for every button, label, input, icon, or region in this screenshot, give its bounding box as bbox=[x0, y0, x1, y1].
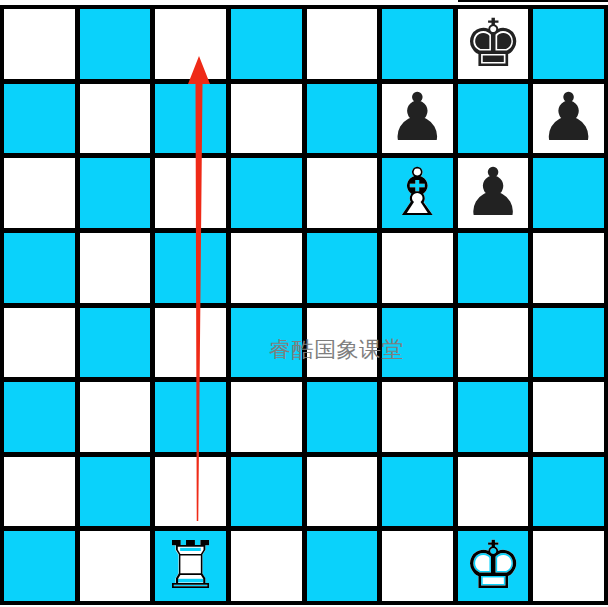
square-a7[interactable] bbox=[4, 84, 75, 154]
square-h6[interactable] bbox=[533, 158, 604, 228]
square-h5[interactable] bbox=[533, 233, 604, 303]
square-e2[interactable] bbox=[307, 457, 378, 527]
square-f6[interactable]: ♝♗ bbox=[382, 158, 453, 228]
square-e1[interactable] bbox=[307, 531, 378, 601]
square-d5[interactable] bbox=[231, 233, 302, 303]
square-a6[interactable] bbox=[4, 158, 75, 228]
square-h1[interactable] bbox=[533, 531, 604, 601]
square-h3[interactable] bbox=[533, 382, 604, 452]
square-g6[interactable]: ♟ bbox=[458, 158, 529, 228]
square-d7[interactable] bbox=[231, 84, 302, 154]
page: ♚♟♟♝♗♟♜♖♚♔ 睿酷国象课堂 bbox=[0, 0, 608, 607]
square-h2[interactable] bbox=[533, 457, 604, 527]
square-a8[interactable] bbox=[4, 9, 75, 79]
square-a2[interactable] bbox=[4, 457, 75, 527]
square-d1[interactable] bbox=[231, 531, 302, 601]
square-c8[interactable] bbox=[155, 9, 226, 79]
square-d6[interactable] bbox=[231, 158, 302, 228]
square-f1[interactable] bbox=[382, 531, 453, 601]
piece-bp-g6: ♟ bbox=[458, 158, 529, 228]
square-d8[interactable] bbox=[231, 9, 302, 79]
square-d3[interactable] bbox=[231, 382, 302, 452]
square-g2[interactable] bbox=[458, 457, 529, 527]
square-a1[interactable] bbox=[4, 531, 75, 601]
square-h7[interactable]: ♟ bbox=[533, 84, 604, 154]
square-h4[interactable] bbox=[533, 308, 604, 378]
square-g8[interactable]: ♚ bbox=[458, 9, 529, 79]
square-g5[interactable] bbox=[458, 233, 529, 303]
square-c5[interactable] bbox=[155, 233, 226, 303]
square-f5[interactable] bbox=[382, 233, 453, 303]
square-g3[interactable] bbox=[458, 382, 529, 452]
square-g1[interactable]: ♚♔ bbox=[458, 531, 529, 601]
piece-wb-f6: ♝♗ bbox=[382, 158, 453, 228]
square-f3[interactable] bbox=[382, 382, 453, 452]
window-edge-artifact bbox=[458, 0, 608, 2]
square-b5[interactable] bbox=[80, 233, 151, 303]
square-a4[interactable] bbox=[4, 308, 75, 378]
square-c1[interactable]: ♜♖ bbox=[155, 531, 226, 601]
square-b3[interactable] bbox=[80, 382, 151, 452]
square-f7[interactable]: ♟ bbox=[382, 84, 453, 154]
chess-board: ♚♟♟♝♗♟♜♖♚♔ bbox=[0, 5, 608, 605]
square-b1[interactable] bbox=[80, 531, 151, 601]
piece-bp-h7: ♟ bbox=[533, 84, 604, 154]
piece-wr-c1: ♜♖ bbox=[155, 531, 226, 601]
square-a5[interactable] bbox=[4, 233, 75, 303]
square-d2[interactable] bbox=[231, 457, 302, 527]
piece-wk-g1: ♚♔ bbox=[458, 531, 529, 601]
square-f2[interactable] bbox=[382, 457, 453, 527]
square-g4[interactable] bbox=[458, 308, 529, 378]
square-a3[interactable] bbox=[4, 382, 75, 452]
square-c6[interactable] bbox=[155, 158, 226, 228]
piece-bk-g8: ♚ bbox=[458, 9, 529, 79]
square-b7[interactable] bbox=[80, 84, 151, 154]
square-f8[interactable] bbox=[382, 9, 453, 79]
square-h8[interactable] bbox=[533, 9, 604, 79]
square-e5[interactable] bbox=[307, 233, 378, 303]
square-e7[interactable] bbox=[307, 84, 378, 154]
square-g7[interactable] bbox=[458, 84, 529, 154]
piece-bp-f7: ♟ bbox=[382, 84, 453, 154]
watermark-text: 睿酷国象课堂 bbox=[269, 337, 404, 362]
square-c4[interactable] bbox=[155, 308, 226, 378]
square-e6[interactable] bbox=[307, 158, 378, 228]
square-c7[interactable] bbox=[155, 84, 226, 154]
square-b2[interactable] bbox=[80, 457, 151, 527]
square-c3[interactable] bbox=[155, 382, 226, 452]
square-e8[interactable] bbox=[307, 9, 378, 79]
square-b6[interactable] bbox=[80, 158, 151, 228]
square-b8[interactable] bbox=[80, 9, 151, 79]
square-e3[interactable] bbox=[307, 382, 378, 452]
square-c2[interactable] bbox=[155, 457, 226, 527]
square-b4[interactable] bbox=[80, 308, 151, 378]
